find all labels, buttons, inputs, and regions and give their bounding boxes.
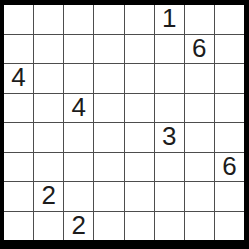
cell-r6c0[interactable] [4,182,33,211]
cell-r3c2: 4 [64,94,93,123]
cell-r5c2[interactable] [64,153,93,182]
cell-r4c2[interactable] [64,123,93,152]
cell-r0c5: 1 [155,5,184,34]
cell-r4c5: 3 [155,123,184,152]
cell-r0c0[interactable] [4,5,33,34]
cell-r1c5[interactable] [155,35,184,64]
cell-r0c7[interactable] [215,5,244,34]
clue-digit: 1 [162,5,176,31]
cell-r2c6[interactable] [185,64,214,93]
cell-r7c4[interactable] [125,212,154,241]
cell-r1c7[interactable] [215,35,244,64]
cell-r2c0: 4 [4,64,33,93]
cell-r6c3[interactable] [94,182,123,211]
cell-r6c1: 2 [34,182,63,211]
cell-r4c7[interactable] [215,123,244,152]
cell-r0c1[interactable] [34,5,63,34]
cell-r1c2[interactable] [64,35,93,64]
cell-r2c1[interactable] [34,64,63,93]
cell-r6c5[interactable] [155,182,184,211]
cell-r1c6: 6 [185,35,214,64]
cell-r0c3[interactable] [94,5,123,34]
cell-r7c6[interactable] [185,212,214,241]
cell-r3c5[interactable] [155,94,184,123]
cell-r4c3[interactable] [94,123,123,152]
cell-r1c1[interactable] [34,35,63,64]
cell-r7c0[interactable] [4,212,33,241]
cell-r3c7[interactable] [215,94,244,123]
cell-r5c4[interactable] [125,153,154,182]
cell-r5c6[interactable] [185,153,214,182]
cell-r2c7[interactable] [215,64,244,93]
cell-r0c2[interactable] [64,5,93,34]
cell-r5c1[interactable] [34,153,63,182]
cell-r2c3[interactable] [94,64,123,93]
cell-r7c5[interactable] [155,212,184,241]
cell-r5c0[interactable] [4,153,33,182]
cell-r7c1[interactable] [34,212,63,241]
cell-r3c4[interactable] [125,94,154,123]
cell-r3c6[interactable] [185,94,214,123]
cell-r4c1[interactable] [34,123,63,152]
clue-digit: 4 [72,94,86,120]
cell-r5c7: 6 [215,153,244,182]
cell-r1c4[interactable] [125,35,154,64]
cell-r2c2[interactable] [64,64,93,93]
cell-r3c1[interactable] [34,94,63,123]
cell-r3c3[interactable] [94,94,123,123]
cell-r5c5[interactable] [155,153,184,182]
clue-digit: 2 [41,182,55,208]
clue-digit: 4 [11,64,25,90]
cell-r2c5[interactable] [155,64,184,93]
cell-r4c4[interactable] [125,123,154,152]
cell-r7c3[interactable] [94,212,123,241]
cell-r3c0[interactable] [4,94,33,123]
cell-r2c4[interactable] [125,64,154,93]
cell-r6c7[interactable] [215,182,244,211]
cell-r0c6[interactable] [185,5,214,34]
clue-digit: 2 [72,212,86,238]
cell-r1c3[interactable] [94,35,123,64]
cell-r4c0[interactable] [4,123,33,152]
cell-r1c0[interactable] [4,35,33,64]
puzzle-board-frame: 16443622 [0,0,249,249]
cell-r0c4[interactable] [125,5,154,34]
cell-r7c2: 2 [64,212,93,241]
cell-r4c6[interactable] [185,123,214,152]
board: 16443622 [4,5,244,240]
clue-digit: 3 [162,123,176,149]
cell-r6c2[interactable] [64,182,93,211]
clue-digit: 6 [222,153,236,179]
cell-r5c3[interactable] [94,153,123,182]
cell-r6c6[interactable] [185,182,214,211]
cell-r7c7[interactable] [215,212,244,241]
clue-digit: 6 [192,35,206,61]
cell-r6c4[interactable] [125,182,154,211]
